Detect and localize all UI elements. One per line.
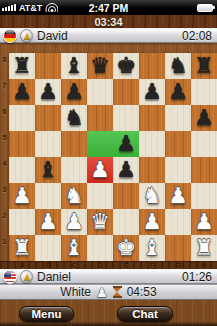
rank-label-8: 8 xyxy=(0,53,9,79)
piece-bB-b4[interactable]: ♝ xyxy=(35,157,61,183)
usa-flag-icon xyxy=(3,270,17,284)
square-a1[interactable]: ♜ xyxy=(9,235,35,261)
file-label-a: A xyxy=(9,262,35,269)
piece-wK-e1[interactable]: ♚ xyxy=(113,235,139,261)
file-label-e: E xyxy=(113,262,139,269)
player-name-white: Daniel xyxy=(37,270,71,284)
gold-badge-icon xyxy=(20,29,33,42)
piece-wP-h2[interactable]: ♟ xyxy=(191,209,217,235)
square-g8[interactable]: ♞ xyxy=(165,53,191,79)
square-d4[interactable]: ♟ xyxy=(87,157,113,183)
square-e3[interactable] xyxy=(113,183,139,209)
rank-label-2: 2 xyxy=(0,209,9,235)
rank-labels: 87654321 xyxy=(0,53,9,261)
status-bar: AT&T 2:47 PM xyxy=(0,0,217,15)
square-a8[interactable]: ♜ xyxy=(9,53,35,79)
square-f7[interactable]: ♟ xyxy=(139,79,165,105)
piece-bR-a8[interactable]: ♜ xyxy=(9,53,35,79)
piece-wR-h1[interactable]: ♜ xyxy=(191,235,217,261)
square-g3[interactable]: ♟ xyxy=(165,183,191,209)
square-c6[interactable]: ♞ xyxy=(61,105,87,131)
piece-wP-a3[interactable]: ♟ xyxy=(9,183,35,209)
piece-wR-a1[interactable]: ♜ xyxy=(9,235,35,261)
square-c8[interactable]: ♝ xyxy=(61,53,87,79)
menu-button[interactable]: Menu xyxy=(19,306,74,322)
rank-label-4: 4 xyxy=(0,157,9,183)
chat-button[interactable]: Chat xyxy=(117,306,173,322)
piece-wB-c1[interactable]: ♝ xyxy=(61,235,87,261)
square-h6[interactable]: ♟ xyxy=(191,105,217,131)
piece-bP-e5[interactable]: ♟ xyxy=(113,131,139,157)
square-h3[interactable] xyxy=(191,183,217,209)
piece-bP-g7[interactable]: ♟ xyxy=(165,79,191,105)
square-e5[interactable]: ♟ xyxy=(113,131,139,157)
piece-bB-c8[interactable]: ♝ xyxy=(61,53,87,79)
piece-wP-f2[interactable]: ♟ xyxy=(139,209,165,235)
square-f6[interactable] xyxy=(139,105,165,131)
rank-label-5: 5 xyxy=(0,131,9,157)
square-g1[interactable] xyxy=(165,235,191,261)
player-clock-white: 01:26 xyxy=(182,270,212,284)
square-e4[interactable]: ♟ xyxy=(113,157,139,183)
piece-wP-b2[interactable]: ♟ xyxy=(35,209,61,235)
square-d5[interactable] xyxy=(87,131,113,157)
square-e1[interactable]: ♚ xyxy=(113,235,139,261)
top-timer-strip: 03:34 xyxy=(0,15,217,28)
square-a7[interactable]: ♟ xyxy=(9,79,35,105)
file-label-d: D xyxy=(87,262,113,269)
piece-bP-a7[interactable]: ♟ xyxy=(9,79,35,105)
square-b7[interactable]: ♟ xyxy=(35,79,61,105)
piece-bP-e4[interactable]: ♟ xyxy=(113,157,139,183)
game-timer: 03:34 xyxy=(94,16,122,28)
square-d3[interactable] xyxy=(87,183,113,209)
square-d2[interactable]: ♛ xyxy=(87,209,113,235)
piece-wN-f3[interactable]: ♞ xyxy=(139,183,165,209)
square-h4[interactable] xyxy=(191,157,217,183)
piece-bP-h6[interactable]: ♟ xyxy=(191,105,217,131)
square-a4[interactable] xyxy=(9,157,35,183)
square-c7[interactable]: ♟ xyxy=(61,79,87,105)
square-f4[interactable] xyxy=(139,157,165,183)
turn-label: White xyxy=(60,285,91,299)
wood-strip xyxy=(0,43,217,53)
square-b1[interactable] xyxy=(35,235,61,261)
square-a2[interactable] xyxy=(9,209,35,235)
chess-board[interactable]: ♜♝♛♚♞♜♟♟♟♟♟♞♟♟♝♟♟♟♞♞♟♟♟♛♟♟♜♝♚♝♜ xyxy=(9,53,217,261)
hourglass-icon xyxy=(113,286,122,298)
piece-wP-g3[interactable]: ♟ xyxy=(165,183,191,209)
square-f3[interactable]: ♞ xyxy=(139,183,165,209)
chess-app-screen: AT&T 2:47 PM 03:34 David 02:08 87654321 … xyxy=(0,0,217,326)
piece-bN-g8[interactable]: ♞ xyxy=(165,53,191,79)
square-e6[interactable] xyxy=(113,105,139,131)
square-g7[interactable]: ♟ xyxy=(165,79,191,105)
piece-bP-c7[interactable]: ♟ xyxy=(61,79,87,105)
file-label-h: H xyxy=(191,262,217,269)
piece-wN-c3[interactable]: ♞ xyxy=(61,183,87,209)
rank-label-1: 1 xyxy=(0,235,9,261)
piece-wB-f1[interactable]: ♝ xyxy=(139,235,165,261)
square-d7[interactable] xyxy=(87,79,113,105)
square-h8[interactable]: ♜ xyxy=(191,53,217,79)
piece-bN-c6[interactable]: ♞ xyxy=(61,105,87,131)
player-bar-black: David 02:08 xyxy=(0,28,217,43)
rank-label-7: 7 xyxy=(0,79,9,105)
square-g4[interactable] xyxy=(165,157,191,183)
square-f2[interactable]: ♟ xyxy=(139,209,165,235)
player-bar-white: Daniel 01:26 xyxy=(0,269,217,284)
square-h7[interactable] xyxy=(191,79,217,105)
square-g6[interactable] xyxy=(165,105,191,131)
square-b8[interactable] xyxy=(35,53,61,79)
square-d8[interactable]: ♛ xyxy=(87,53,113,79)
square-b4[interactable]: ♝ xyxy=(35,157,61,183)
square-a3[interactable]: ♟ xyxy=(9,183,35,209)
file-label-c: C xyxy=(61,262,87,269)
square-a5[interactable] xyxy=(9,131,35,157)
square-f5[interactable] xyxy=(139,131,165,157)
status-clock: 2:47 PM xyxy=(0,2,217,14)
player-name-black: David xyxy=(37,29,68,43)
square-b6[interactable] xyxy=(35,105,61,131)
turn-indicator-bar: White ♟ 04:53 xyxy=(0,284,217,300)
white-pawn-icon: ♟ xyxy=(96,286,108,299)
square-g2[interactable] xyxy=(165,209,191,235)
piece-bP-b7[interactable]: ♟ xyxy=(35,79,61,105)
square-b5[interactable] xyxy=(35,131,61,157)
square-c5[interactable] xyxy=(61,131,87,157)
piece-wP-d4[interactable]: ♟ xyxy=(87,157,113,183)
piece-wQ-d2[interactable]: ♛ xyxy=(87,209,113,235)
square-c4[interactable] xyxy=(61,157,87,183)
player-clock-black: 02:08 xyxy=(182,29,212,43)
file-label-g: G xyxy=(165,262,191,269)
bottom-shadow xyxy=(0,322,217,326)
gold-badge-icon xyxy=(20,270,33,283)
piece-bP-f7[interactable]: ♟ xyxy=(139,79,165,105)
square-c3[interactable]: ♞ xyxy=(61,183,87,209)
piece-wP-c2[interactable]: ♟ xyxy=(61,209,87,235)
square-b3[interactable] xyxy=(35,183,61,209)
square-c2[interactable]: ♟ xyxy=(61,209,87,235)
file-label-b: B xyxy=(35,262,61,269)
square-f8[interactable] xyxy=(139,53,165,79)
square-e7[interactable] xyxy=(113,79,139,105)
battery-icon xyxy=(197,4,213,12)
move-timer: 04:53 xyxy=(127,285,157,299)
germany-flag-icon xyxy=(3,29,17,43)
piece-bQ-d8[interactable]: ♛ xyxy=(87,53,113,79)
square-h5[interactable] xyxy=(191,131,217,157)
square-e2[interactable] xyxy=(113,209,139,235)
rank-label-3: 3 xyxy=(0,183,9,209)
square-d1[interactable] xyxy=(87,235,113,261)
rank-label-6: 6 xyxy=(0,105,9,131)
file-labels: ABCDEFGH xyxy=(0,261,217,269)
square-f1[interactable]: ♝ xyxy=(139,235,165,261)
square-e8[interactable]: ♚ xyxy=(113,53,139,79)
square-c1[interactable]: ♝ xyxy=(61,235,87,261)
piece-bK-e8[interactable]: ♚ xyxy=(113,53,139,79)
square-a6[interactable] xyxy=(9,105,35,131)
file-label-f: F xyxy=(139,262,165,269)
square-h1[interactable]: ♜ xyxy=(191,235,217,261)
square-b2[interactable]: ♟ xyxy=(35,209,61,235)
square-g5[interactable] xyxy=(165,131,191,157)
piece-bR-h8[interactable]: ♜ xyxy=(191,53,217,79)
square-d6[interactable] xyxy=(87,105,113,131)
square-h2[interactable]: ♟ xyxy=(191,209,217,235)
